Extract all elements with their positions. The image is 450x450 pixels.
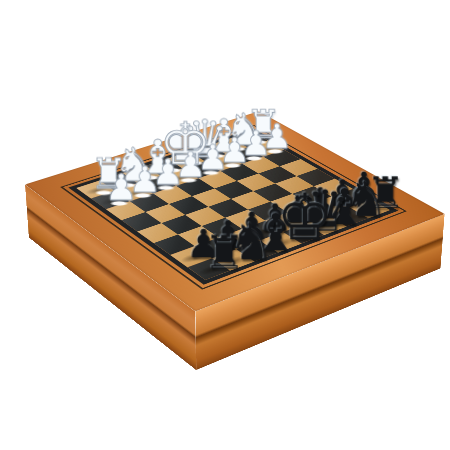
board-square-dark (253, 184, 292, 202)
product-photo: ♜♞♝♚♛♝♞♜♟♟♟♟♟♟♟♟♟♟♟♟♟♟♟♟♜♞♝♚♛♝♞♜ (0, 0, 450, 450)
chess-box: ♜♞♝♚♛♝♞♜♟♟♟♟♟♟♟♟♟♟♟♟♟♟♟♟♜♞♝♚♛♝♞♜ (25, 111, 445, 311)
scene-3d: ♜♞♝♚♛♝♞♜♟♟♟♟♟♟♟♟♟♟♟♟♟♟♟♟♜♞♝♚♛♝♞♜ (0, 0, 450, 450)
piece-shadow (167, 172, 195, 184)
piece-shadow (250, 225, 280, 238)
